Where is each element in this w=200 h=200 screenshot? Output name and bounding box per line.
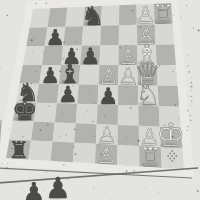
piece-white-knight-e2[interactable]: ♘ — [136, 80, 161, 111]
square-b8[interactable] — [26, 27, 47, 46]
square-g5[interactable] — [74, 123, 97, 144]
square-f5[interactable] — [76, 104, 98, 124]
square-h3[interactable] — [117, 145, 139, 166]
piece-black-knight-a5[interactable]: ♞ — [81, 1, 105, 31]
chessboard-photo: ♖♙♞♙♟♟♟♙♗♟♝♙♙♕♞♟♟♘♚♙♙♔♜♙♖♟♟ — [0, 0, 200, 200]
piece-black-pawn-e6[interactable]: ♟ — [58, 81, 78, 107]
square-h6[interactable] — [51, 142, 75, 163]
piece-black-pawn-e4[interactable]: ♟ — [98, 83, 118, 109]
captured-piece-black-pawn[interactable]: ♟ — [22, 177, 45, 200]
square-h7[interactable] — [28, 140, 52, 160]
square-g6[interactable] — [53, 122, 76, 142]
piece-black-rook-h8[interactable]: ♜ — [8, 136, 29, 164]
piece-white-rook-h2[interactable]: ♖ — [139, 142, 162, 172]
chess-board: ♖♙♞♙♟♟♟♙♗♟♝♙♙♕♞♟♟♘♚♙♙♔♜♙♖♟♟ — [0, 0, 200, 200]
square-g3[interactable] — [118, 125, 140, 146]
piece-white-pawn-h4[interactable]: ♙ — [96, 142, 116, 168]
piece-black-king-f8[interactable]: ♚ — [12, 93, 38, 127]
square-h5[interactable] — [73, 143, 96, 164]
captured-piece-black-pawn[interactable]: ♟ — [45, 171, 71, 200]
